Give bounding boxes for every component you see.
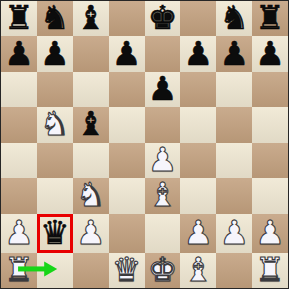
white-king: ♚	[148, 253, 178, 286]
square-e8[interactable]: ♚	[145, 1, 181, 36]
square-b6[interactable]	[37, 72, 73, 107]
black-king: ♚	[148, 1, 178, 34]
square-g6[interactable]	[216, 72, 252, 107]
square-a5[interactable]	[1, 107, 37, 142]
square-a7[interactable]: ♟	[1, 36, 37, 71]
square-c8[interactable]: ♝	[73, 1, 109, 36]
square-e4[interactable]: ♟	[145, 143, 181, 178]
square-f2[interactable]: ♟	[180, 214, 216, 253]
square-c3[interactable]: ♞	[73, 178, 109, 213]
chess-board-wrap: ♜♞♝♚♞♜♟♟♟♟♟♟♟♞♝♟♞♝♟♛♟♟♟♟♜♛♚♝♜	[0, 0, 289, 289]
black-pawn: ♟	[40, 37, 70, 70]
square-g5[interactable]	[216, 107, 252, 142]
black-knight: ♞	[219, 1, 249, 34]
white-pawn: ♟	[184, 216, 214, 249]
square-f3[interactable]	[180, 178, 216, 213]
white-rook: ♜	[4, 253, 34, 286]
square-g8[interactable]: ♞	[216, 1, 252, 36]
square-c4[interactable]	[73, 143, 109, 178]
square-f7[interactable]: ♟	[180, 36, 216, 71]
square-b8[interactable]: ♞	[37, 1, 73, 36]
white-pawn: ♟	[4, 216, 34, 249]
square-b7[interactable]: ♟	[37, 36, 73, 71]
square-f4[interactable]	[180, 143, 216, 178]
square-h7[interactable]: ♟	[252, 36, 288, 71]
square-g1[interactable]	[216, 253, 252, 288]
black-rook: ♜	[4, 1, 34, 34]
square-e5[interactable]	[145, 107, 181, 142]
black-bishop: ♝	[76, 1, 106, 34]
square-g7[interactable]: ♟	[216, 36, 252, 71]
square-f8[interactable]	[180, 1, 216, 36]
square-g2[interactable]: ♟	[216, 214, 252, 253]
square-h5[interactable]	[252, 107, 288, 142]
white-pawn: ♟	[148, 143, 178, 176]
square-b3[interactable]	[37, 178, 73, 213]
square-g3[interactable]	[216, 178, 252, 213]
white-bishop: ♝	[148, 178, 178, 211]
black-pawn: ♟	[148, 72, 178, 105]
square-e7[interactable]	[145, 36, 181, 71]
square-a1[interactable]: ♜	[1, 253, 37, 288]
square-h3[interactable]	[252, 178, 288, 213]
square-a8[interactable]: ♜	[1, 1, 37, 36]
square-d8[interactable]	[109, 1, 145, 36]
square-c7[interactable]	[73, 36, 109, 71]
white-knight: ♞	[40, 107, 70, 140]
square-d3[interactable]	[109, 178, 145, 213]
square-e3[interactable]: ♝	[145, 178, 181, 213]
square-d7[interactable]: ♟	[109, 36, 145, 71]
black-pawn: ♟	[255, 37, 285, 70]
square-h4[interactable]	[252, 143, 288, 178]
square-f6[interactable]	[180, 72, 216, 107]
square-c6[interactable]	[73, 72, 109, 107]
square-h2[interactable]: ♟	[252, 214, 288, 253]
square-g4[interactable]	[216, 143, 252, 178]
square-d6[interactable]	[109, 72, 145, 107]
white-knight: ♞	[76, 178, 106, 211]
white-pawn: ♟	[255, 216, 285, 249]
chess-board: ♜♞♝♚♞♜♟♟♟♟♟♟♟♞♝♟♞♝♟♛♟♟♟♟♜♛♚♝♜	[0, 0, 289, 289]
square-e2[interactable]	[145, 214, 181, 253]
square-b1[interactable]	[37, 253, 73, 288]
square-d4[interactable]	[109, 143, 145, 178]
square-h1[interactable]: ♜	[252, 253, 288, 288]
white-bishop: ♝	[184, 253, 214, 286]
black-rook: ♜	[255, 1, 285, 34]
square-e6[interactable]: ♟	[145, 72, 181, 107]
white-pawn: ♟	[219, 216, 249, 249]
square-b5[interactable]: ♞	[37, 107, 73, 142]
white-pawn: ♟	[76, 216, 106, 249]
square-f5[interactable]	[180, 107, 216, 142]
square-b2[interactable]: ♛	[37, 214, 73, 253]
square-h8[interactable]: ♜	[252, 1, 288, 36]
square-c5[interactable]: ♝	[73, 107, 109, 142]
black-pawn: ♟	[219, 37, 249, 70]
square-h6[interactable]	[252, 72, 288, 107]
square-c2[interactable]: ♟	[73, 214, 109, 253]
black-queen: ♛	[40, 216, 70, 249]
square-d2[interactable]	[109, 214, 145, 253]
square-c1[interactable]	[73, 253, 109, 288]
square-a6[interactable]	[1, 72, 37, 107]
square-a3[interactable]	[1, 178, 37, 213]
black-pawn: ♟	[184, 37, 214, 70]
black-pawn: ♟	[112, 37, 142, 70]
black-pawn: ♟	[4, 37, 34, 70]
square-d5[interactable]	[109, 107, 145, 142]
square-d1[interactable]: ♛	[109, 253, 145, 288]
black-knight: ♞	[40, 1, 70, 34]
black-bishop: ♝	[76, 107, 106, 140]
white-queen: ♛	[112, 253, 142, 286]
square-f1[interactable]: ♝	[180, 253, 216, 288]
white-rook: ♜	[255, 253, 285, 286]
square-b4[interactable]	[37, 143, 73, 178]
square-a2[interactable]: ♟	[1, 214, 37, 253]
square-a4[interactable]	[1, 143, 37, 178]
square-e1[interactable]: ♚	[145, 253, 181, 288]
